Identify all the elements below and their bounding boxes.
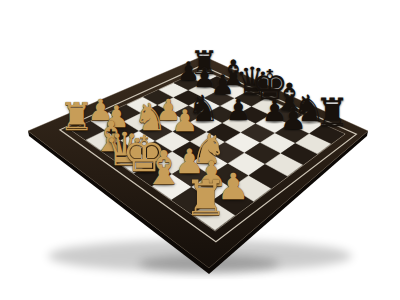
chess-board	[0, 0, 400, 300]
chess-photo-scene: ♜♟♝♟♟♛♚♝♟♟♟♟♞♞♜♟♟♞♜♟♝♞♛♚♟♝♟♟♜	[0, 0, 400, 300]
